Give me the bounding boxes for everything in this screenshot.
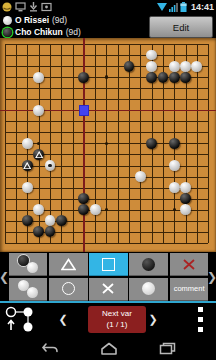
- intersection[interactable]: [10, 50, 21, 61]
- intersection[interactable]: [22, 193, 33, 204]
- intersection[interactable]: [123, 83, 134, 94]
- intersection[interactable]: [146, 72, 157, 83]
- intersection[interactable]: [0, 160, 10, 171]
- intersection[interactable]: [180, 182, 191, 193]
- intersection[interactable]: [157, 160, 168, 171]
- intersection[interactable]: [169, 94, 180, 105]
- intersection[interactable]: [56, 72, 67, 83]
- intersection[interactable]: [78, 105, 89, 116]
- intersection[interactable]: [146, 204, 157, 215]
- intersection[interactable]: [101, 94, 112, 105]
- intersection[interactable]: [112, 193, 123, 204]
- intersection[interactable]: [146, 171, 157, 182]
- intersection[interactable]: [123, 50, 134, 61]
- intersection[interactable]: [22, 116, 33, 127]
- intersection[interactable]: [203, 182, 214, 193]
- intersection[interactable]: [191, 94, 202, 105]
- intersection[interactable]: [33, 61, 44, 72]
- intersection[interactable]: [56, 237, 67, 248]
- intersection[interactable]: [67, 127, 78, 138]
- intersection[interactable]: [0, 204, 10, 215]
- intersection[interactable]: [101, 182, 112, 193]
- intersection[interactable]: [78, 193, 89, 204]
- intersection[interactable]: [112, 182, 123, 193]
- black-stone-tool[interactable]: [129, 253, 168, 276]
- intersection[interactable]: [135, 160, 146, 171]
- intersection[interactable]: [135, 171, 146, 182]
- intersection[interactable]: [135, 182, 146, 193]
- intersection[interactable]: [146, 160, 157, 171]
- intersection[interactable]: [101, 215, 112, 226]
- intersection[interactable]: [90, 215, 101, 226]
- intersection[interactable]: [67, 226, 78, 237]
- intersection[interactable]: [180, 83, 191, 94]
- intersection[interactable]: [33, 215, 44, 226]
- intersection[interactable]: [33, 127, 44, 138]
- circle-tool[interactable]: [49, 278, 88, 301]
- red-x-tool[interactable]: [170, 253, 209, 276]
- intersection[interactable]: [22, 127, 33, 138]
- intersection[interactable]: [101, 160, 112, 171]
- intersection[interactable]: [10, 127, 21, 138]
- intersection[interactable]: [33, 237, 44, 248]
- intersection[interactable]: [180, 72, 191, 83]
- intersection[interactable]: [44, 237, 55, 248]
- intersection[interactable]: [135, 237, 146, 248]
- go-board[interactable]: [0, 38, 216, 252]
- intersection[interactable]: [22, 72, 33, 83]
- intersection[interactable]: [101, 193, 112, 204]
- intersection[interactable]: [123, 193, 134, 204]
- intersection[interactable]: [191, 138, 202, 149]
- intersection[interactable]: [44, 193, 55, 204]
- intersection[interactable]: [78, 72, 89, 83]
- intersection[interactable]: [33, 193, 44, 204]
- intersection[interactable]: [135, 116, 146, 127]
- next-move-button[interactable]: ❯: [142, 303, 164, 336]
- intersection[interactable]: [67, 237, 78, 248]
- intersection[interactable]: [123, 226, 134, 237]
- intersection[interactable]: [203, 39, 214, 50]
- intersection[interactable]: [56, 39, 67, 50]
- intersection[interactable]: [90, 127, 101, 138]
- intersection[interactable]: [101, 39, 112, 50]
- intersection[interactable]: [191, 72, 202, 83]
- intersection[interactable]: [157, 72, 168, 83]
- intersection[interactable]: [101, 138, 112, 149]
- intersection[interactable]: [0, 182, 10, 193]
- intersection[interactable]: [203, 116, 214, 127]
- intersection[interactable]: [44, 116, 55, 127]
- intersection[interactable]: [180, 138, 191, 149]
- intersection[interactable]: [0, 171, 10, 182]
- intersection[interactable]: [10, 193, 21, 204]
- intersection[interactable]: [203, 160, 214, 171]
- intersection[interactable]: [169, 50, 180, 61]
- intersection[interactable]: [169, 138, 180, 149]
- intersection[interactable]: [67, 204, 78, 215]
- intersection[interactable]: [157, 127, 168, 138]
- intersection[interactable]: [56, 182, 67, 193]
- intersection[interactable]: [22, 39, 33, 50]
- intersection[interactable]: [44, 39, 55, 50]
- intersection[interactable]: [191, 149, 202, 160]
- intersection[interactable]: [10, 149, 21, 160]
- intersection[interactable]: [90, 160, 101, 171]
- intersection[interactable]: [203, 171, 214, 182]
- intersection[interactable]: [146, 138, 157, 149]
- intersection[interactable]: [33, 226, 44, 237]
- intersection[interactable]: [10, 171, 21, 182]
- intersection[interactable]: [191, 50, 202, 61]
- intersection[interactable]: [56, 50, 67, 61]
- intersection[interactable]: [180, 237, 191, 248]
- intersection[interactable]: [56, 171, 67, 182]
- intersection[interactable]: [123, 171, 134, 182]
- intersection[interactable]: [146, 237, 157, 248]
- intersection[interactable]: [90, 83, 101, 94]
- intersection[interactable]: [67, 61, 78, 72]
- intersection[interactable]: [33, 171, 44, 182]
- comment-tool[interactable]: comment: [170, 278, 209, 301]
- intersection[interactable]: [123, 160, 134, 171]
- intersection[interactable]: [22, 61, 33, 72]
- intersection[interactable]: [112, 83, 123, 94]
- intersection[interactable]: [112, 138, 123, 149]
- black-white-pair-tool[interactable]: [9, 253, 48, 276]
- intersection[interactable]: [123, 116, 134, 127]
- intersection[interactable]: [157, 182, 168, 193]
- intersection[interactable]: [169, 182, 180, 193]
- intersection[interactable]: [191, 182, 202, 193]
- tree-view-icon[interactable]: [2, 305, 38, 334]
- intersection[interactable]: [112, 149, 123, 160]
- intersection[interactable]: [90, 50, 101, 61]
- intersection[interactable]: [180, 94, 191, 105]
- intersection[interactable]: [135, 83, 146, 94]
- intersection[interactable]: [10, 39, 21, 50]
- intersection[interactable]: [157, 193, 168, 204]
- intersection[interactable]: [22, 94, 33, 105]
- white-white-pair-tool[interactable]: [9, 278, 48, 301]
- intersection[interactable]: [101, 116, 112, 127]
- intersection[interactable]: [0, 226, 10, 237]
- intersection[interactable]: [101, 237, 112, 248]
- intersection[interactable]: [0, 149, 10, 160]
- intersection[interactable]: [146, 182, 157, 193]
- intersection[interactable]: [67, 160, 78, 171]
- intersection[interactable]: [90, 171, 101, 182]
- intersection[interactable]: [67, 94, 78, 105]
- intersection[interactable]: [90, 204, 101, 215]
- intersection[interactable]: [0, 39, 10, 50]
- intersection[interactable]: [123, 127, 134, 138]
- intersection[interactable]: [203, 215, 214, 226]
- intersection[interactable]: [10, 182, 21, 193]
- intersection[interactable]: [191, 39, 202, 50]
- intersection[interactable]: [123, 39, 134, 50]
- intersection[interactable]: [33, 116, 44, 127]
- intersection[interactable]: [157, 215, 168, 226]
- intersection[interactable]: [146, 226, 157, 237]
- intersection[interactable]: [44, 94, 55, 105]
- intersection[interactable]: [203, 50, 214, 61]
- intersection[interactable]: [180, 61, 191, 72]
- intersection[interactable]: [112, 116, 123, 127]
- intersection[interactable]: [67, 215, 78, 226]
- intersection[interactable]: [169, 116, 180, 127]
- edit-button[interactable]: Edit: [149, 16, 213, 38]
- intersection[interactable]: [191, 237, 202, 248]
- intersection[interactable]: [123, 61, 134, 72]
- intersection[interactable]: [135, 39, 146, 50]
- intersection[interactable]: [135, 226, 146, 237]
- intersection[interactable]: [169, 237, 180, 248]
- intersection[interactable]: [56, 127, 67, 138]
- intersection[interactable]: [44, 149, 55, 160]
- intersection[interactable]: [67, 83, 78, 94]
- intersection[interactable]: [44, 171, 55, 182]
- intersection[interactable]: [90, 149, 101, 160]
- intersection[interactable]: [180, 160, 191, 171]
- intersection[interactable]: [56, 94, 67, 105]
- intersection[interactable]: [191, 160, 202, 171]
- intersection[interactable]: [180, 39, 191, 50]
- intersection[interactable]: [180, 116, 191, 127]
- intersection[interactable]: [90, 226, 101, 237]
- intersection[interactable]: [123, 94, 134, 105]
- intersection[interactable]: [203, 83, 214, 94]
- intersection[interactable]: [191, 83, 202, 94]
- intersection[interactable]: [67, 72, 78, 83]
- intersection[interactable]: [203, 72, 214, 83]
- intersection[interactable]: [67, 149, 78, 160]
- intersection[interactable]: [180, 215, 191, 226]
- intersection[interactable]: [10, 116, 21, 127]
- intersection[interactable]: [112, 204, 123, 215]
- intersection[interactable]: [180, 193, 191, 204]
- intersection[interactable]: [123, 138, 134, 149]
- intersection[interactable]: [44, 226, 55, 237]
- intersection[interactable]: [191, 226, 202, 237]
- intersection[interactable]: [203, 94, 214, 105]
- intersection[interactable]: [146, 83, 157, 94]
- intersection[interactable]: [101, 50, 112, 61]
- intersection[interactable]: [203, 226, 214, 237]
- intersection[interactable]: [67, 50, 78, 61]
- intersection[interactable]: [90, 138, 101, 149]
- intersection[interactable]: [135, 138, 146, 149]
- intersection[interactable]: [0, 72, 10, 83]
- intersection[interactable]: [22, 83, 33, 94]
- intersection[interactable]: [33, 94, 44, 105]
- intersection[interactable]: [169, 39, 180, 50]
- intersection[interactable]: [157, 171, 168, 182]
- overflow-menu-icon[interactable]: [196, 307, 204, 332]
- intersection[interactable]: [146, 61, 157, 72]
- intersection[interactable]: [112, 127, 123, 138]
- intersection[interactable]: [191, 61, 202, 72]
- intersection[interactable]: [56, 193, 67, 204]
- intersection[interactable]: [10, 204, 21, 215]
- intersection[interactable]: [67, 171, 78, 182]
- intersection[interactable]: [56, 215, 67, 226]
- intersection[interactable]: [135, 94, 146, 105]
- intersection[interactable]: [123, 72, 134, 83]
- intersection[interactable]: [203, 193, 214, 204]
- intersection[interactable]: [101, 226, 112, 237]
- intersection[interactable]: [169, 193, 180, 204]
- intersection[interactable]: [135, 61, 146, 72]
- intersection[interactable]: [101, 127, 112, 138]
- intersection[interactable]: [33, 50, 44, 61]
- intersection[interactable]: [22, 215, 33, 226]
- intersection[interactable]: [22, 237, 33, 248]
- intersection[interactable]: [203, 61, 214, 72]
- white-stone-tool[interactable]: [129, 278, 168, 301]
- next-var-button[interactable]: Next var (1 / 1): [88, 306, 146, 333]
- intersection[interactable]: [44, 50, 55, 61]
- intersection[interactable]: [123, 149, 134, 160]
- intersection[interactable]: [203, 138, 214, 149]
- intersection[interactable]: [22, 226, 33, 237]
- intersection[interactable]: [56, 116, 67, 127]
- intersection[interactable]: [169, 83, 180, 94]
- intersection[interactable]: [169, 215, 180, 226]
- intersection[interactable]: [135, 72, 146, 83]
- intersection[interactable]: [157, 83, 168, 94]
- intersection[interactable]: [90, 39, 101, 50]
- intersection[interactable]: [33, 138, 44, 149]
- intersection[interactable]: [112, 72, 123, 83]
- intersection[interactable]: [0, 138, 10, 149]
- intersection[interactable]: [169, 160, 180, 171]
- intersection[interactable]: [123, 182, 134, 193]
- intersection[interactable]: [10, 215, 21, 226]
- triangle-tool[interactable]: [49, 253, 88, 276]
- intersection[interactable]: [180, 226, 191, 237]
- intersection[interactable]: [101, 72, 112, 83]
- intersection[interactable]: [191, 215, 202, 226]
- intersection[interactable]: [146, 39, 157, 50]
- intersection[interactable]: [157, 138, 168, 149]
- intersection[interactable]: [56, 204, 67, 215]
- intersection[interactable]: [22, 149, 33, 160]
- intersection[interactable]: [78, 204, 89, 215]
- x-tool[interactable]: [89, 278, 128, 301]
- intersection[interactable]: [180, 204, 191, 215]
- intersection[interactable]: [90, 72, 101, 83]
- intersection[interactable]: [157, 39, 168, 50]
- intersection[interactable]: [101, 83, 112, 94]
- intersection[interactable]: [67, 138, 78, 149]
- intersection[interactable]: [169, 204, 180, 215]
- intersection[interactable]: [146, 94, 157, 105]
- intersection[interactable]: [10, 160, 21, 171]
- intersection[interactable]: [33, 39, 44, 50]
- intersection[interactable]: [203, 149, 214, 160]
- intersection[interactable]: [191, 193, 202, 204]
- intersection[interactable]: [44, 61, 55, 72]
- intersection[interactable]: [0, 61, 10, 72]
- intersection[interactable]: [101, 61, 112, 72]
- recents-icon[interactable]: [159, 342, 176, 355]
- intersection[interactable]: [123, 237, 134, 248]
- intersection[interactable]: [180, 127, 191, 138]
- intersection[interactable]: [112, 171, 123, 182]
- intersection[interactable]: [44, 138, 55, 149]
- intersection[interactable]: [101, 149, 112, 160]
- intersection[interactable]: [10, 237, 21, 248]
- intersection[interactable]: [180, 149, 191, 160]
- intersection[interactable]: [22, 138, 33, 149]
- intersection[interactable]: [146, 116, 157, 127]
- intersection[interactable]: [169, 149, 180, 160]
- intersection[interactable]: [22, 160, 33, 171]
- intersection[interactable]: [157, 149, 168, 160]
- intersection[interactable]: [146, 149, 157, 160]
- intersection[interactable]: [22, 204, 33, 215]
- intersection[interactable]: [44, 182, 55, 193]
- intersection[interactable]: [0, 83, 10, 94]
- intersection[interactable]: [56, 61, 67, 72]
- back-icon[interactable]: [40, 342, 60, 355]
- intersection[interactable]: [22, 50, 33, 61]
- intersection[interactable]: [22, 171, 33, 182]
- intersection[interactable]: [157, 226, 168, 237]
- prev-move-button[interactable]: ❮: [52, 303, 74, 336]
- intersection[interactable]: [203, 204, 214, 215]
- intersection[interactable]: [0, 94, 10, 105]
- intersection[interactable]: [10, 83, 21, 94]
- intersection[interactable]: [44, 215, 55, 226]
- intersection[interactable]: [0, 50, 10, 61]
- intersection[interactable]: [101, 204, 112, 215]
- intersection[interactable]: [90, 182, 101, 193]
- intersection[interactable]: [191, 127, 202, 138]
- intersection[interactable]: [44, 204, 55, 215]
- intersection[interactable]: [157, 116, 168, 127]
- intersection[interactable]: [169, 72, 180, 83]
- intersection[interactable]: [10, 94, 21, 105]
- intersection[interactable]: [56, 149, 67, 160]
- intersection[interactable]: [90, 237, 101, 248]
- intersection[interactable]: [180, 50, 191, 61]
- intersection[interactable]: [146, 215, 157, 226]
- intersection[interactable]: [0, 116, 10, 127]
- intersection[interactable]: [67, 182, 78, 193]
- intersection[interactable]: [33, 182, 44, 193]
- intersection[interactable]: [191, 171, 202, 182]
- intersection[interactable]: [10, 61, 21, 72]
- intersection[interactable]: [56, 138, 67, 149]
- intersection[interactable]: [157, 204, 168, 215]
- intersection[interactable]: [22, 182, 33, 193]
- intersection[interactable]: [44, 160, 55, 171]
- intersection[interactable]: [0, 215, 10, 226]
- intersection[interactable]: [33, 204, 44, 215]
- intersection[interactable]: [112, 160, 123, 171]
- intersection[interactable]: [44, 127, 55, 138]
- intersection[interactable]: [67, 193, 78, 204]
- intersection[interactable]: [0, 127, 10, 138]
- intersection[interactable]: [157, 237, 168, 248]
- intersection[interactable]: [90, 61, 101, 72]
- intersection[interactable]: [157, 61, 168, 72]
- intersection[interactable]: [112, 50, 123, 61]
- palette-scroll-left-icon[interactable]: ❮: [0, 252, 8, 301]
- intersection[interactable]: [56, 226, 67, 237]
